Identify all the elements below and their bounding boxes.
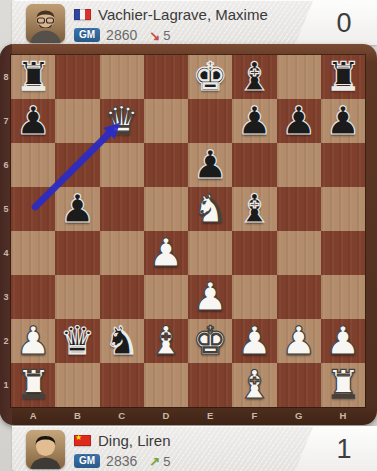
black-queen-piece: ♛	[55, 319, 99, 363]
white-bishop-piece: ♝	[144, 319, 188, 363]
square-h3[interactable]	[321, 275, 365, 319]
square-h8[interactable]: ♜	[321, 55, 365, 99]
square-a7[interactable]: ♟	[11, 99, 55, 143]
square-a3[interactable]	[11, 275, 55, 319]
black-pawn-piece: ♟	[232, 99, 276, 143]
avatar-top-image	[26, 4, 65, 43]
square-b1[interactable]	[55, 363, 99, 407]
square-g2[interactable]: ♟	[277, 319, 321, 363]
white-bishop-piece: ♝	[232, 363, 276, 407]
black-knight-piece: ♞	[100, 319, 144, 363]
flag-france-icon	[74, 9, 91, 20]
square-e1[interactable]	[188, 363, 232, 407]
flag-china-icon	[74, 435, 91, 446]
player-info-bottom: Ding, Liren GM 2836 ↗ 5	[74, 430, 277, 470]
square-c1[interactable]	[100, 363, 144, 407]
square-a4[interactable]	[11, 231, 55, 275]
square-d7[interactable]	[144, 99, 188, 143]
square-a1[interactable]: ♜	[11, 363, 55, 407]
chess-broadcast-widget: Vachier-Lagrave, Maxime GM 2860 ↘ 5 0 87…	[0, 0, 377, 471]
rating-trend-down-icon: ↘	[149, 28, 160, 43]
square-e3[interactable]: ♟	[188, 275, 232, 319]
player-name-bottom: Ding, Liren	[98, 432, 171, 449]
square-g7[interactable]: ♟	[277, 99, 321, 143]
black-king-piece: ♚	[188, 55, 232, 99]
white-pawn-piece: ♟	[232, 319, 276, 363]
square-b3[interactable]	[55, 275, 99, 319]
score-box-bottom: 1	[295, 427, 377, 471]
square-d1[interactable]	[144, 363, 188, 407]
square-f4[interactable]	[232, 231, 276, 275]
white-pawn-piece: ♟	[188, 275, 232, 319]
square-g8[interactable]	[277, 55, 321, 99]
square-f2[interactable]: ♟	[232, 319, 276, 363]
player-name-top: Vachier-Lagrave, Maxime	[98, 6, 268, 23]
black-pawn-piece: ♟	[321, 99, 365, 143]
white-pawn-piece: ♟	[11, 319, 55, 363]
square-d5[interactable]	[144, 187, 188, 231]
square-a5[interactable]	[11, 187, 55, 231]
file-label-d: D	[144, 408, 188, 424]
square-c8[interactable]	[100, 55, 144, 99]
square-h4[interactable]	[321, 231, 365, 275]
black-bishop-piece: ♝	[232, 187, 276, 231]
player-photo-top[interactable]	[26, 4, 65, 43]
player-bar-bottom: Ding, Liren GM 2836 ↗ 5 1	[12, 426, 377, 471]
square-f7[interactable]: ♟	[232, 99, 276, 143]
player-photo-bottom[interactable]	[26, 430, 65, 469]
gm-title-badge-top: GM	[74, 28, 100, 42]
square-e8[interactable]: ♚	[188, 55, 232, 99]
square-d3[interactable]	[144, 275, 188, 319]
score-bottom: 1	[295, 427, 377, 471]
square-b5[interactable]: ♟	[55, 187, 99, 231]
chess-board: 87654321 ♜♚♝♜♟♛♟♟♟♟♟♞♝♟♟♟♛♞♝♚♟♟♟♜♝♜ ABCD…	[0, 44, 377, 425]
board-grid: ♜♚♝♜♟♛♟♟♟♟♟♞♝♟♟♟♛♞♝♚♟♟♟♜♝♜	[11, 55, 365, 407]
black-pawn-piece: ♟	[277, 99, 321, 143]
white-pawn-piece: ♟	[144, 231, 188, 275]
square-d4[interactable]: ♟	[144, 231, 188, 275]
square-d6[interactable]	[144, 143, 188, 187]
square-e2[interactable]: ♚	[188, 319, 232, 363]
square-a6[interactable]	[11, 143, 55, 187]
white-rook-piece: ♜	[11, 363, 55, 407]
file-label-g: G	[277, 408, 321, 424]
file-labels: ABCDEFGH	[11, 408, 365, 424]
square-b2[interactable]: ♛	[55, 319, 99, 363]
file-label-c: C	[100, 408, 144, 424]
square-e6[interactable]: ♟	[188, 143, 232, 187]
square-h5[interactable]	[321, 187, 365, 231]
black-rook-piece: ♜	[11, 55, 55, 99]
square-c6[interactable]	[100, 143, 144, 187]
file-label-a: A	[11, 408, 55, 424]
white-rook-piece: ♜	[321, 363, 365, 407]
square-f3[interactable]	[232, 275, 276, 319]
rating-trend-value-top: 5	[163, 28, 170, 43]
black-pawn-piece: ♟	[11, 99, 55, 143]
player-rating-top: 2860	[106, 27, 137, 43]
square-g5[interactable]	[277, 187, 321, 231]
square-a2[interactable]: ♟	[11, 319, 55, 363]
score-box-top: 0	[295, 1, 377, 45]
score-top: 0	[295, 1, 377, 45]
square-b7[interactable]	[55, 99, 99, 143]
square-b8[interactable]	[55, 55, 99, 99]
square-c7[interactable]: ♛	[100, 99, 144, 143]
square-d8[interactable]	[144, 55, 188, 99]
file-label-f: F	[232, 408, 276, 424]
black-pawn-piece: ♟	[55, 187, 99, 231]
square-g4[interactable]	[277, 231, 321, 275]
square-b6[interactable]	[55, 143, 99, 187]
file-label-e: E	[188, 408, 232, 424]
player-bar-top: Vachier-Lagrave, Maxime GM 2860 ↘ 5 0	[12, 0, 377, 45]
white-pawn-piece: ♟	[277, 319, 321, 363]
square-e5[interactable]: ♞	[188, 187, 232, 231]
white-pawn-piece: ♟	[321, 319, 365, 363]
white-king-piece: ♚	[188, 319, 232, 363]
avatar-bottom-image	[26, 430, 65, 469]
file-label-b: B	[55, 408, 99, 424]
square-c2[interactable]: ♞	[100, 319, 144, 363]
square-c3[interactable]	[100, 275, 144, 319]
square-a8[interactable]: ♜	[11, 55, 55, 99]
black-rook-piece: ♜	[321, 55, 365, 99]
square-e4[interactable]	[188, 231, 232, 275]
square-c5[interactable]	[100, 187, 144, 231]
white-queen-piece: ♛	[100, 99, 144, 143]
square-e7[interactable]	[188, 99, 232, 143]
square-c4[interactable]	[100, 231, 144, 275]
white-knight-piece: ♞	[188, 187, 232, 231]
square-f6[interactable]	[232, 143, 276, 187]
black-bishop-piece: ♝	[232, 55, 276, 99]
square-h7[interactable]: ♟	[321, 99, 365, 143]
square-g3[interactable]	[277, 275, 321, 319]
square-f1[interactable]: ♝	[232, 363, 276, 407]
square-f8[interactable]: ♝	[232, 55, 276, 99]
square-g1[interactable]	[277, 363, 321, 407]
square-h1[interactable]: ♜	[321, 363, 365, 407]
square-d2[interactable]: ♝	[144, 319, 188, 363]
player-info-top: Vachier-Lagrave, Maxime GM 2860 ↘ 5	[74, 4, 277, 44]
file-label-h: H	[321, 408, 365, 424]
rating-trend-value-bottom: 5	[163, 454, 170, 469]
square-b4[interactable]	[55, 231, 99, 275]
rating-trend-up-icon: ↗	[149, 454, 160, 469]
player-rating-bottom: 2836	[106, 453, 137, 469]
square-g6[interactable]	[277, 143, 321, 187]
black-pawn-piece: ♟	[188, 143, 232, 187]
gm-title-badge-bottom: GM	[74, 454, 100, 468]
square-h6[interactable]	[321, 143, 365, 187]
square-h2[interactable]: ♟	[321, 319, 365, 363]
square-f5[interactable]: ♝	[232, 187, 276, 231]
